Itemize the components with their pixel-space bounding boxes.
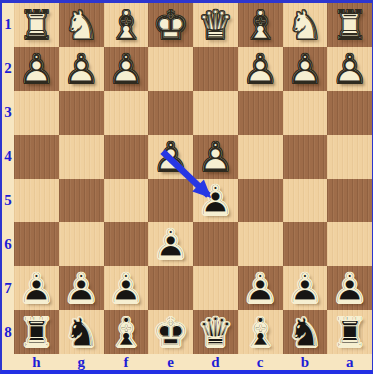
black-rook-detail-glyph: ♖ xyxy=(14,310,59,354)
square-a1[interactable]: ♜♖ xyxy=(327,3,372,47)
white-pawn-detail-glyph: ♙ xyxy=(104,47,149,91)
white-pawn-detail-glyph: ♙ xyxy=(327,47,372,91)
black-pawn-detail-glyph: ♙ xyxy=(14,266,59,310)
rank-label-3: 3 xyxy=(2,91,14,135)
square-e7[interactable] xyxy=(148,266,193,310)
square-h4[interactable] xyxy=(14,135,59,179)
square-a7[interactable]: ♟♙ xyxy=(327,266,372,310)
square-c2[interactable]: ♟♙ xyxy=(238,47,283,91)
white-king[interactable]: ♚♔ xyxy=(148,3,193,47)
white-bishop[interactable]: ♝♗ xyxy=(238,3,283,47)
rank-label-2: 2 xyxy=(2,47,14,91)
black-pawn[interactable]: ♟♙ xyxy=(104,266,149,310)
white-rook[interactable]: ♜♖ xyxy=(14,3,59,47)
white-pawn[interactable]: ♟♙ xyxy=(148,135,193,179)
square-d6[interactable] xyxy=(193,222,238,266)
square-f6[interactable] xyxy=(104,222,149,266)
black-pawn-detail-glyph: ♙ xyxy=(59,266,104,310)
square-c3[interactable] xyxy=(238,91,283,135)
square-a8[interactable]: ♜♖ xyxy=(327,310,372,354)
chess-board[interactable]: ♜♖♞♘♝♗♚♔♛♕♝♗♞♘♜♖♟♙♟♙♟♙♟♙♟♙♟♙♟♙♟♙♟♙♟♙♟♙♟♙… xyxy=(14,3,372,354)
white-pawn-detail-glyph: ♙ xyxy=(14,47,59,91)
white-pawn[interactable]: ♟♙ xyxy=(238,47,283,91)
square-f5[interactable] xyxy=(104,179,149,223)
black-pawn[interactable]: ♟♙ xyxy=(193,179,238,223)
black-pawn[interactable]: ♟♙ xyxy=(59,266,104,310)
white-rook-detail-glyph: ♖ xyxy=(327,3,372,47)
rank-label-6: 6 xyxy=(2,222,14,266)
black-bishop[interactable]: ♝♗ xyxy=(238,310,283,354)
square-c4[interactable] xyxy=(238,135,283,179)
black-knight-detail-glyph: ♘ xyxy=(283,310,328,354)
square-d5[interactable]: ♟♙ xyxy=(193,179,238,223)
black-rook-detail-glyph: ♖ xyxy=(327,310,372,354)
white-knight[interactable]: ♞♘ xyxy=(59,3,104,47)
chess-board-frame: 12345678 ♜♖♞♘♝♗♚♔♛♕♝♗♞♘♜♖♟♙♟♙♟♙♟♙♟♙♟♙♟♙♟… xyxy=(0,0,373,374)
square-g4[interactable] xyxy=(59,135,104,179)
square-h3[interactable] xyxy=(14,91,59,135)
black-pawn[interactable]: ♟♙ xyxy=(327,266,372,310)
square-a6[interactable] xyxy=(327,222,372,266)
white-pawn[interactable]: ♟♙ xyxy=(59,47,104,91)
square-b5[interactable] xyxy=(283,179,328,223)
square-d4[interactable]: ♟♙ xyxy=(193,135,238,179)
square-b1[interactable]: ♞♘ xyxy=(283,3,328,47)
rank-label-4: 4 xyxy=(2,135,14,179)
square-e3[interactable] xyxy=(148,91,193,135)
square-e8[interactable]: ♚♔ xyxy=(148,310,193,354)
white-queen-detail-glyph: ♕ xyxy=(193,3,238,47)
file-label-a: a xyxy=(327,354,372,370)
square-b8[interactable]: ♞♘ xyxy=(283,310,328,354)
square-e1[interactable]: ♚♔ xyxy=(148,3,193,47)
square-e5[interactable] xyxy=(148,179,193,223)
square-g2[interactable]: ♟♙ xyxy=(59,47,104,91)
white-pawn[interactable]: ♟♙ xyxy=(327,47,372,91)
square-f2[interactable]: ♟♙ xyxy=(104,47,149,91)
white-knight-detail-glyph: ♘ xyxy=(283,3,328,47)
black-bishop-detail-glyph: ♗ xyxy=(104,310,149,354)
white-pawn-detail-glyph: ♙ xyxy=(238,47,283,91)
black-bishop[interactable]: ♝♗ xyxy=(104,310,149,354)
white-pawn-detail-glyph: ♙ xyxy=(193,135,238,179)
square-d1[interactable]: ♛♕ xyxy=(193,3,238,47)
square-f1[interactable]: ♝♗ xyxy=(104,3,149,47)
square-a2[interactable]: ♟♙ xyxy=(327,47,372,91)
square-d8[interactable]: ♛♕ xyxy=(193,310,238,354)
square-b2[interactable]: ♟♙ xyxy=(283,47,328,91)
white-knight[interactable]: ♞♘ xyxy=(283,3,328,47)
square-a5[interactable] xyxy=(327,179,372,223)
white-bishop-detail-glyph: ♗ xyxy=(104,3,149,47)
white-bishop-detail-glyph: ♗ xyxy=(238,3,283,47)
square-c8[interactable]: ♝♗ xyxy=(238,310,283,354)
square-g8[interactable]: ♞♘ xyxy=(59,310,104,354)
square-g3[interactable] xyxy=(59,91,104,135)
square-g6[interactable] xyxy=(59,222,104,266)
black-pawn[interactable]: ♟♙ xyxy=(283,266,328,310)
white-king-detail-glyph: ♔ xyxy=(148,3,193,47)
white-rook-detail-glyph: ♖ xyxy=(14,3,59,47)
white-pawn[interactable]: ♟♙ xyxy=(193,135,238,179)
white-pawn-detail-glyph: ♙ xyxy=(283,47,328,91)
square-h1[interactable]: ♜♖ xyxy=(14,3,59,47)
file-label-d: d xyxy=(193,354,238,370)
square-f7[interactable]: ♟♙ xyxy=(104,266,149,310)
white-pawn[interactable]: ♟♙ xyxy=(14,47,59,91)
square-h8[interactable]: ♜♖ xyxy=(14,310,59,354)
square-c6[interactable] xyxy=(238,222,283,266)
black-queen[interactable]: ♛♕ xyxy=(193,310,238,354)
square-f3[interactable] xyxy=(104,91,149,135)
black-pawn[interactable]: ♟♙ xyxy=(148,222,193,266)
file-label-e: e xyxy=(148,354,193,370)
square-b4[interactable] xyxy=(283,135,328,179)
white-pawn-detail-glyph: ♙ xyxy=(59,47,104,91)
square-h2[interactable]: ♟♙ xyxy=(14,47,59,91)
file-label-b: b xyxy=(283,354,328,370)
square-h6[interactable] xyxy=(14,222,59,266)
rank-labels: 12345678 xyxy=(2,3,14,354)
white-pawn-detail-glyph: ♙ xyxy=(148,135,193,179)
black-rook[interactable]: ♜♖ xyxy=(14,310,59,354)
black-pawn-detail-glyph: ♙ xyxy=(283,266,328,310)
square-e2[interactable] xyxy=(148,47,193,91)
black-pawn-detail-glyph: ♙ xyxy=(104,266,149,310)
black-pawn-detail-glyph: ♙ xyxy=(193,179,238,223)
square-b6[interactable] xyxy=(283,222,328,266)
white-pawn[interactable]: ♟♙ xyxy=(104,47,149,91)
square-g5[interactable] xyxy=(59,179,104,223)
square-d2[interactable] xyxy=(193,47,238,91)
square-f8[interactable]: ♝♗ xyxy=(104,310,149,354)
square-h7[interactable]: ♟♙ xyxy=(14,266,59,310)
white-rook[interactable]: ♜♖ xyxy=(327,3,372,47)
white-bishop[interactable]: ♝♗ xyxy=(104,3,149,47)
black-bishop-detail-glyph: ♗ xyxy=(238,310,283,354)
square-a3[interactable] xyxy=(327,91,372,135)
black-pawn-detail-glyph: ♙ xyxy=(327,266,372,310)
file-label-f: f xyxy=(104,354,149,370)
file-label-g: g xyxy=(59,354,104,370)
rank-label-1: 1 xyxy=(2,3,14,47)
white-pawn[interactable]: ♟♙ xyxy=(283,47,328,91)
square-b3[interactable] xyxy=(283,91,328,135)
black-pawn-detail-glyph: ♙ xyxy=(238,266,283,310)
black-rook[interactable]: ♜♖ xyxy=(327,310,372,354)
file-label-h: h xyxy=(14,354,59,370)
square-f4[interactable] xyxy=(104,135,149,179)
square-c1[interactable]: ♝♗ xyxy=(238,3,283,47)
black-knight-detail-glyph: ♘ xyxy=(59,310,104,354)
square-e4[interactable]: ♟♙ xyxy=(148,135,193,179)
square-a4[interactable] xyxy=(327,135,372,179)
black-pawn-detail-glyph: ♙ xyxy=(148,222,193,266)
square-b7[interactable]: ♟♙ xyxy=(283,266,328,310)
file-label-c: c xyxy=(238,354,283,370)
white-knight-detail-glyph: ♘ xyxy=(59,3,104,47)
rank-label-8: 8 xyxy=(2,310,14,354)
square-e6[interactable]: ♟♙ xyxy=(148,222,193,266)
square-c7[interactable]: ♟♙ xyxy=(238,266,283,310)
square-d3[interactable] xyxy=(193,91,238,135)
black-knight[interactable]: ♞♘ xyxy=(59,310,104,354)
black-pawn[interactable]: ♟♙ xyxy=(238,266,283,310)
black-king[interactable]: ♚♔ xyxy=(148,310,193,354)
white-queen[interactable]: ♛♕ xyxy=(193,3,238,47)
rank-label-5: 5 xyxy=(2,179,14,223)
black-king-detail-glyph: ♔ xyxy=(148,310,193,354)
rank-label-7: 7 xyxy=(2,266,14,310)
file-labels: hgfedcba xyxy=(14,354,372,370)
black-pawn[interactable]: ♟♙ xyxy=(14,266,59,310)
square-d7[interactable] xyxy=(193,266,238,310)
black-queen-detail-glyph: ♕ xyxy=(193,310,238,354)
square-g1[interactable]: ♞♘ xyxy=(59,3,104,47)
square-h5[interactable] xyxy=(14,179,59,223)
square-c5[interactable] xyxy=(238,179,283,223)
black-knight[interactable]: ♞♘ xyxy=(283,310,328,354)
square-g7[interactable]: ♟♙ xyxy=(59,266,104,310)
